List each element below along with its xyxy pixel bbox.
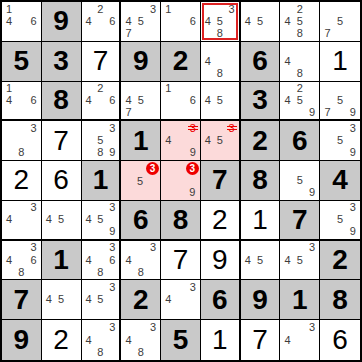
- candidate-digit: 5: [294, 94, 306, 106]
- candidate-grid: 45: [201, 82, 239, 120]
- candidate-empty: [281, 162, 293, 174]
- candidate-empty: [106, 334, 118, 347]
- cell-r1c4[interactable]: 3457: [121, 2, 161, 42]
- cell-r9c4[interactable]: 348: [121, 320, 161, 360]
- cell-r6c7[interactable]: 1: [241, 201, 281, 241]
- cell-r2c4[interactable]: 9: [121, 42, 161, 82]
- candidate-empty: [15, 214, 27, 226]
- candidate-digit: 5: [294, 174, 306, 186]
- candidate-grid: 34: [280, 320, 319, 360]
- candidate-empty: [3, 28, 15, 40]
- candidate-grid: 579: [320, 82, 360, 120]
- candidate-digit: 3: [106, 202, 118, 214]
- cell-r9c6[interactable]: 1: [201, 320, 241, 360]
- candidate-empty: [214, 147, 226, 159]
- cell-r3c1[interactable]: 146: [2, 82, 42, 122]
- cell-r6c5[interactable]: 8: [161, 201, 201, 241]
- candidate-empty: [202, 3, 214, 15]
- given-digit: 2: [241, 121, 280, 160]
- candidate-grid: 16: [161, 82, 200, 120]
- cell-r1c7[interactable]: 45: [241, 2, 281, 42]
- candidate-empty: [202, 67, 214, 79]
- candidate-digit: 8: [135, 346, 147, 359]
- given-digit: 3: [241, 82, 280, 120]
- cell-r2c5[interactable]: 2: [161, 42, 201, 82]
- candidate-digit: 4: [242, 254, 254, 266]
- candidate-empty: [28, 83, 40, 95]
- candidate-digit: 4: [83, 254, 95, 266]
- cell-r1c8[interactable]: 2458: [280, 2, 320, 42]
- cell-r8c2[interactable]: 45: [42, 280, 82, 320]
- candidate-grid: 16: [161, 2, 200, 41]
- candidate-digit: 5: [254, 15, 266, 27]
- candidate-empty: [294, 55, 306, 67]
- cell-r8c4[interactable]: 2: [121, 280, 161, 320]
- cell-r8c5[interactable]: 34: [161, 280, 201, 320]
- candidate-digit: 3: [147, 242, 159, 254]
- candidate-digit: 2: [94, 83, 106, 95]
- candidate-empty: [174, 122, 186, 134]
- candidate-empty: [83, 242, 95, 254]
- cell-r8c7[interactable]: 9: [241, 280, 281, 320]
- candidate-empty: [122, 346, 134, 359]
- candidate-grid: 3589: [82, 121, 120, 160]
- candidate-digit: 6: [106, 15, 118, 27]
- cell-r3c5[interactable]: 16: [161, 82, 201, 122]
- candidate-empty: [346, 94, 359, 106]
- candidate-empty: [135, 242, 147, 254]
- cell-r2c6[interactable]: 48: [201, 42, 241, 82]
- cell-r2c8[interactable]: 48: [280, 42, 320, 82]
- candidate-grid: 45: [42, 201, 81, 239]
- candidate-digit: 8: [214, 67, 226, 79]
- cell-r3c9[interactable]: 579: [320, 82, 360, 122]
- candidate-empty: [202, 83, 214, 95]
- candidate-empty: [135, 83, 147, 95]
- given-digit: 8: [241, 161, 280, 200]
- candidate-empty: [174, 94, 186, 106]
- cell-r2c2[interactable]: 3: [42, 42, 82, 82]
- candidate-empty: [28, 135, 40, 147]
- candidate-digit: 3: [226, 3, 238, 15]
- given-digit: 7: [2, 280, 41, 319]
- candidate-empty: [281, 43, 293, 55]
- given-digit: 5: [2, 42, 41, 81]
- candidate-digit: 5: [94, 135, 106, 147]
- candidate-empty: [147, 254, 159, 266]
- cell-r3c3[interactable]: 246: [82, 82, 122, 122]
- solved-digit: 6: [320, 320, 360, 360]
- cell-r4c4[interactable]: 1: [121, 121, 161, 161]
- cell-r9c7[interactable]: 7: [241, 320, 281, 360]
- candidate-digit: 3: [28, 242, 40, 254]
- candidate-digit: 8: [15, 266, 27, 278]
- candidate-digit: 1: [3, 3, 15, 15]
- candidate-empty: [67, 202, 79, 214]
- candidate-digit: 3: [106, 122, 118, 134]
- candidate-digit: 4: [43, 214, 55, 226]
- candidate-digit: 7: [122, 106, 134, 118]
- candidate-digit: 5: [214, 135, 226, 147]
- cell-r1c3[interactable]: 246: [82, 2, 122, 42]
- candidate-digit: 6: [187, 94, 199, 106]
- cell-r8c3[interactable]: 345: [82, 280, 122, 320]
- candidate-empty: [306, 28, 318, 40]
- candidate-digit: 4: [83, 294, 95, 306]
- candidate-digit: 5: [94, 294, 106, 306]
- candidate-empty: [28, 147, 40, 159]
- candidate-digit: 9: [187, 147, 199, 159]
- candidate-empty: [254, 28, 266, 40]
- candidate-digit: 8: [214, 28, 226, 40]
- candidate-grid: 3458: [201, 2, 239, 41]
- candidate-empty: [162, 28, 174, 40]
- candidate-digit: 8: [294, 67, 306, 79]
- candidate-empty: [187, 294, 199, 306]
- candidate-digit: 5: [214, 15, 226, 27]
- candidate-empty: [174, 147, 186, 159]
- solved-digit: 1: [201, 320, 239, 360]
- candidate-empty: [162, 162, 174, 175]
- candidate-empty: [254, 242, 266, 254]
- candidate-empty: [174, 187, 186, 199]
- cell-r6c9[interactable]: 359: [320, 201, 360, 241]
- given-digit: 1: [121, 121, 160, 160]
- candidate-empty: [67, 294, 79, 306]
- candidate-digit: 1: [162, 83, 174, 95]
- cell-r5c5[interactable]: 39: [161, 161, 201, 201]
- candidate-digit: 2: [94, 3, 106, 15]
- candidate-empty: [321, 226, 334, 238]
- candidate-grid: 35: [121, 161, 160, 200]
- candidate-empty: [162, 306, 174, 318]
- candidate-empty: [83, 3, 95, 15]
- candidate-empty: [106, 214, 118, 226]
- candidate-grid: 348: [82, 320, 120, 360]
- cell-r4c1[interactable]: 38: [2, 121, 42, 161]
- candidate-empty: [294, 321, 306, 334]
- solved-digit: 9: [201, 241, 239, 280]
- candidate-empty: [306, 43, 318, 55]
- cell-r4c3[interactable]: 3589: [82, 121, 122, 161]
- solved-digit: 2: [2, 161, 41, 200]
- candidate-empty: [306, 174, 318, 186]
- candidate-empty: [281, 187, 293, 199]
- candidate-empty: [334, 83, 347, 95]
- candidate-empty: [186, 175, 199, 187]
- candidate-empty: [28, 3, 40, 15]
- cell-r6c3[interactable]: 3459: [82, 201, 122, 241]
- candidate-empty: [94, 321, 106, 334]
- candidate-empty: [94, 306, 106, 318]
- candidate-digit: 4: [242, 15, 254, 27]
- candidate-empty: [94, 226, 106, 238]
- candidate-digit: 5: [334, 214, 347, 226]
- candidate-empty: [94, 106, 106, 118]
- candidate-empty: [281, 28, 293, 40]
- candidate-empty: [67, 214, 79, 226]
- candidate-empty: [162, 94, 174, 106]
- candidate-empty: [174, 28, 186, 40]
- candidate-empty: [147, 266, 159, 278]
- candidate-empty: [135, 334, 147, 347]
- candidate-empty: [106, 294, 118, 306]
- candidate-empty: [106, 306, 118, 318]
- candidate-empty: [202, 28, 214, 40]
- cell-r3c7[interactable]: 3: [241, 82, 281, 122]
- candidate-digit: 8: [294, 28, 306, 40]
- candidate-empty: [94, 122, 106, 134]
- cell-r7c6[interactable]: 9: [201, 241, 241, 281]
- candidate-empty: [294, 266, 306, 278]
- cell-r5c6[interactable]: 7: [201, 161, 241, 201]
- candidate-digit: 4: [202, 15, 214, 27]
- cell-r6c8[interactable]: 7: [280, 201, 320, 241]
- candidate-empty: [254, 266, 266, 278]
- candidate-empty: [174, 175, 186, 187]
- cell-r6c1[interactable]: 34: [2, 201, 42, 241]
- candidate-empty: [15, 94, 27, 106]
- cell-r1c1[interactable]: 146: [2, 2, 42, 42]
- candidate-grid: 146: [2, 82, 41, 120]
- candidate-digit: 5: [135, 15, 147, 27]
- candidate-grid: 246: [82, 2, 120, 41]
- candidate-empty: [321, 214, 334, 226]
- cell-r5c8[interactable]: 59: [280, 161, 320, 201]
- candidate-empty: [83, 281, 95, 293]
- solved-digit: 2: [201, 201, 239, 239]
- cell-r8c1[interactable]: 7: [2, 280, 42, 320]
- given-digit: 7: [280, 201, 319, 239]
- cell-r5c3[interactable]: 1: [82, 161, 122, 201]
- cell-r2c3[interactable]: 7: [82, 42, 122, 82]
- cell-r7c2[interactable]: 1: [42, 241, 82, 281]
- candidate-empty: [174, 294, 186, 306]
- candidate-empty: [321, 122, 334, 134]
- cell-r9c2[interactable]: 2: [42, 320, 82, 360]
- cell-r7c8[interactable]: 345: [280, 241, 320, 281]
- candidate-grid: 45: [241, 241, 280, 280]
- candidate-empty: [306, 67, 318, 79]
- candidate-empty: [214, 83, 226, 95]
- cell-r6c2[interactable]: 45: [42, 201, 82, 241]
- cell-r5c7[interactable]: 8: [241, 161, 281, 201]
- candidate-digit: 9: [306, 187, 318, 199]
- candidate-empty: [3, 266, 15, 278]
- candidate-empty: [15, 15, 27, 27]
- candidate-empty: [94, 94, 106, 106]
- candidate-empty: [321, 3, 334, 15]
- candidate-empty: [83, 346, 95, 359]
- candidate-grid: 3468: [2, 241, 41, 280]
- candidate-empty: [15, 106, 27, 118]
- candidate-empty: [226, 135, 238, 147]
- cell-r4c6[interactable]: 345: [201, 121, 241, 161]
- candidate-empty: [187, 135, 199, 147]
- candidate-empty: [187, 83, 199, 95]
- cell-r9c1[interactable]: 9: [2, 320, 42, 360]
- cell-r2c9[interactable]: 1: [320, 42, 360, 82]
- candidate-empty: [187, 106, 199, 118]
- candidate-digit: 5: [254, 254, 266, 266]
- solved-digit: 7: [161, 241, 200, 280]
- candidate-empty: [226, 83, 238, 95]
- candidate-empty: [15, 122, 27, 134]
- candidate-grid: 38: [2, 121, 41, 160]
- cell-r6c6[interactable]: 2: [201, 201, 241, 241]
- candidate-digit: 5: [55, 214, 67, 226]
- candidate-empty: [187, 306, 199, 318]
- candidate-eliminated: 3: [187, 122, 199, 134]
- candidate-empty: [202, 43, 214, 55]
- candidate-empty: [106, 83, 118, 95]
- candidate-empty: [94, 254, 106, 266]
- cell-r6c4[interactable]: 6: [121, 201, 161, 241]
- candidate-digit: 5: [135, 94, 147, 106]
- candidate-empty: [147, 106, 159, 118]
- candidate-empty: [134, 162, 146, 175]
- cell-r5c2[interactable]: 6: [42, 161, 82, 201]
- candidate-empty: [3, 147, 15, 159]
- cell-r7c3[interactable]: 3468: [82, 241, 122, 281]
- candidate-empty: [281, 321, 293, 334]
- candidate-empty: [3, 226, 15, 238]
- cell-r9c3[interactable]: 348: [82, 320, 122, 360]
- cell-r8c9[interactable]: 8: [320, 280, 360, 320]
- cell-r4c2[interactable]: 7: [42, 121, 82, 161]
- candidate-empty: [334, 202, 347, 214]
- cell-r9c8[interactable]: 34: [280, 320, 320, 360]
- cell-r5c9[interactable]: 4: [320, 161, 360, 201]
- cell-r3c8[interactable]: 2459: [280, 82, 320, 122]
- candidate-empty: [174, 3, 186, 15]
- cell-r2c1[interactable]: 5: [2, 42, 42, 82]
- cell-r7c5[interactable]: 7: [161, 241, 201, 281]
- candidate-empty: [187, 28, 199, 40]
- candidate-empty: [83, 266, 95, 278]
- candidate-digit: 5: [294, 15, 306, 27]
- candidate-empty: [321, 83, 334, 95]
- candidate-empty: [147, 334, 159, 347]
- cell-r7c7[interactable]: 45: [241, 241, 281, 281]
- candidate-empty: [106, 266, 118, 278]
- candidate-empty: [3, 122, 15, 134]
- candidate-digit: 4: [281, 254, 293, 266]
- candidate-empty: [55, 306, 67, 318]
- candidate-empty: [15, 135, 27, 147]
- cell-r3c6[interactable]: 45: [201, 82, 241, 122]
- candidate-empty: [94, 281, 106, 293]
- cell-r1c6[interactable]: 3458: [201, 2, 241, 42]
- candidate-empty: [134, 187, 146, 199]
- cell-r8c8[interactable]: 1: [280, 280, 320, 320]
- candidate-empty: [147, 28, 159, 40]
- candidate-empty: [346, 28, 359, 40]
- cell-r4c8[interactable]: 6: [280, 121, 320, 161]
- cell-r3c4[interactable]: 457: [121, 82, 161, 122]
- candidate-empty: [28, 106, 40, 118]
- cell-r4c7[interactable]: 2: [241, 121, 281, 161]
- cell-r1c5[interactable]: 16: [161, 2, 201, 42]
- candidate-digit: 3: [187, 281, 199, 293]
- candidate-empty: [266, 242, 278, 254]
- candidate-digit: 4: [83, 94, 95, 106]
- candidate-digit: 9: [306, 106, 318, 118]
- candidate-digit: 4: [281, 94, 293, 106]
- candidate-empty: [281, 242, 293, 254]
- candidate-empty: [226, 15, 238, 27]
- candidate-empty: [122, 3, 134, 15]
- candidate-digit: 3: [28, 202, 40, 214]
- candidate-digit: 6: [28, 15, 40, 27]
- candidate-empty: [135, 28, 147, 40]
- candidate-empty: [174, 83, 186, 95]
- candidate-digit: 3: [106, 321, 118, 334]
- candidate-digit: 4: [3, 254, 15, 266]
- candidate-empty: [15, 226, 27, 238]
- cell-r4c9[interactable]: 359: [320, 121, 360, 161]
- cell-r1c2[interactable]: 9: [42, 2, 82, 42]
- cell-r5c1[interactable]: 2: [2, 161, 42, 201]
- cell-r9c5[interactable]: 5: [161, 320, 201, 360]
- candidate-empty: [67, 226, 79, 238]
- cell-r7c4[interactable]: 348: [121, 241, 161, 281]
- candidate-empty: [226, 147, 238, 159]
- candidate-empty: [321, 135, 334, 147]
- given-digit: 3: [42, 42, 81, 81]
- cell-r9c9[interactable]: 6: [320, 320, 360, 360]
- cell-r8c6[interactable]: 6: [201, 280, 241, 320]
- candidate-empty: [281, 346, 293, 359]
- candidate-empty: [294, 43, 306, 55]
- candidate-digit: 4: [122, 15, 134, 27]
- candidate-circled: 3: [186, 162, 199, 175]
- candidate-digit: 3: [106, 281, 118, 293]
- candidate-empty: [174, 15, 186, 27]
- cell-r7c1[interactable]: 3468: [2, 241, 42, 281]
- candidate-empty: [334, 28, 347, 40]
- cell-r4c5[interactable]: 349: [161, 121, 201, 161]
- cell-r3c2[interactable]: 8: [42, 82, 82, 122]
- candidate-empty: [83, 135, 95, 147]
- candidate-empty: [147, 83, 159, 95]
- candidate-empty: [242, 28, 254, 40]
- candidate-empty: [174, 306, 186, 318]
- candidate-empty: [83, 106, 95, 118]
- candidate-empty: [281, 67, 293, 79]
- candidate-empty: [346, 135, 359, 147]
- candidate-empty: [15, 3, 27, 15]
- candidate-digit: 6: [28, 94, 40, 106]
- sudoku-board: 1469246345716345845245857537924864811468…: [0, 0, 362, 362]
- candidate-empty: [83, 122, 95, 134]
- cell-r1c9[interactable]: 57: [320, 2, 360, 42]
- candidate-empty: [306, 266, 318, 278]
- candidate-digit: 5: [94, 214, 106, 226]
- candidate-empty: [334, 122, 347, 134]
- cell-r5c4[interactable]: 35: [121, 161, 161, 201]
- candidate-grid: 3459: [82, 201, 120, 239]
- candidate-digit: 9: [346, 106, 359, 118]
- candidate-digit: 4: [83, 15, 95, 27]
- candidate-digit: 3: [306, 242, 318, 254]
- cell-r7c9[interactable]: 2: [320, 241, 360, 281]
- candidate-empty: [43, 306, 55, 318]
- candidate-grid: 345: [280, 241, 319, 280]
- candidate-empty: [28, 226, 40, 238]
- candidate-digit: 3: [106, 242, 118, 254]
- cell-r2c7[interactable]: 6: [241, 42, 281, 82]
